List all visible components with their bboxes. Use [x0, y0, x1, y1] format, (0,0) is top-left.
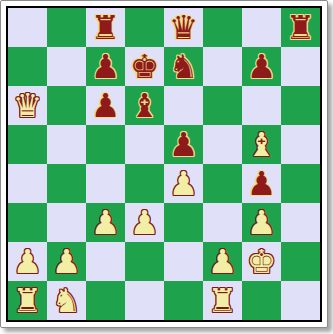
square-g1[interactable]: [242, 281, 281, 320]
square-a4[interactable]: [8, 164, 47, 203]
board-card: ♜♛♜♟♚♞♟♛♟♝♟♝♟♟♟♟♟♟♟♟♚♜♞♜: [0, 0, 328, 328]
square-h7[interactable]: [281, 47, 320, 86]
square-b8[interactable]: [47, 8, 86, 47]
square-f2[interactable]: ♟: [203, 242, 242, 281]
square-e4[interactable]: ♟: [164, 164, 203, 203]
square-b4[interactable]: [47, 164, 86, 203]
square-f5[interactable]: [203, 125, 242, 164]
square-e8[interactable]: ♛: [164, 8, 203, 47]
square-d7[interactable]: ♚: [125, 47, 164, 86]
white-pawn-a2[interactable]: ♟: [13, 242, 43, 281]
board-frame: ♜♛♜♟♚♞♟♛♟♝♟♝♟♟♟♟♟♟♟♟♚♜♞♜: [6, 6, 322, 322]
white-pawn-g3[interactable]: ♟: [247, 203, 277, 242]
square-h2[interactable]: [281, 242, 320, 281]
square-a6[interactable]: ♛: [8, 86, 47, 125]
square-b3[interactable]: [47, 203, 86, 242]
white-pawn-c3[interactable]: ♟: [91, 203, 121, 242]
square-d3[interactable]: ♟: [125, 203, 164, 242]
square-c4[interactable]: [86, 164, 125, 203]
black-rook-h8[interactable]: ♜: [286, 8, 316, 47]
black-pawn-g4[interactable]: ♟: [247, 164, 277, 203]
square-f3[interactable]: [203, 203, 242, 242]
square-h4[interactable]: [281, 164, 320, 203]
white-pawn-f2[interactable]: ♟: [208, 242, 238, 281]
square-g6[interactable]: [242, 86, 281, 125]
black-pawn-e5[interactable]: ♟: [169, 125, 199, 164]
square-b1[interactable]: ♞: [47, 281, 86, 320]
white-rook-a1[interactable]: ♜: [13, 281, 43, 320]
square-e3[interactable]: [164, 203, 203, 242]
white-pawn-d3[interactable]: ♟: [130, 203, 160, 242]
square-f6[interactable]: [203, 86, 242, 125]
square-h3[interactable]: [281, 203, 320, 242]
black-rook-c8[interactable]: ♜: [91, 8, 121, 47]
square-a3[interactable]: [8, 203, 47, 242]
white-rook-f1[interactable]: ♜: [208, 281, 238, 320]
square-e7[interactable]: ♞: [164, 47, 203, 86]
square-e6[interactable]: [164, 86, 203, 125]
square-d5[interactable]: [125, 125, 164, 164]
square-h8[interactable]: ♜: [281, 8, 320, 47]
black-pawn-c7[interactable]: ♟: [91, 47, 121, 86]
black-pawn-c6[interactable]: ♟: [91, 86, 121, 125]
square-g5[interactable]: ♝: [242, 125, 281, 164]
square-f8[interactable]: [203, 8, 242, 47]
black-king-d7[interactable]: ♚: [130, 47, 160, 86]
square-d1[interactable]: [125, 281, 164, 320]
square-g7[interactable]: ♟: [242, 47, 281, 86]
square-c5[interactable]: [86, 125, 125, 164]
white-bishop-g5[interactable]: ♝: [247, 125, 277, 164]
square-a2[interactable]: ♟: [8, 242, 47, 281]
square-c6[interactable]: ♟: [86, 86, 125, 125]
square-a8[interactable]: [8, 8, 47, 47]
square-f1[interactable]: ♜: [203, 281, 242, 320]
square-b6[interactable]: [47, 86, 86, 125]
square-e2[interactable]: [164, 242, 203, 281]
square-g4[interactable]: ♟: [242, 164, 281, 203]
white-queen-a6[interactable]: ♛: [13, 86, 43, 125]
square-c2[interactable]: [86, 242, 125, 281]
square-c7[interactable]: ♟: [86, 47, 125, 86]
white-pawn-b2[interactable]: ♟: [52, 242, 82, 281]
square-g8[interactable]: [242, 8, 281, 47]
square-d4[interactable]: [125, 164, 164, 203]
black-queen-e8[interactable]: ♛: [169, 8, 199, 47]
square-f4[interactable]: [203, 164, 242, 203]
square-a1[interactable]: ♜: [8, 281, 47, 320]
black-pawn-g7[interactable]: ♟: [247, 47, 277, 86]
square-b7[interactable]: [47, 47, 86, 86]
square-e1[interactable]: [164, 281, 203, 320]
square-h1[interactable]: [281, 281, 320, 320]
square-g2[interactable]: ♚: [242, 242, 281, 281]
square-d8[interactable]: [125, 8, 164, 47]
square-c8[interactable]: ♜: [86, 8, 125, 47]
square-c1[interactable]: [86, 281, 125, 320]
white-king-g2[interactable]: ♚: [247, 242, 277, 281]
square-a5[interactable]: [8, 125, 47, 164]
square-h5[interactable]: [281, 125, 320, 164]
square-g3[interactable]: ♟: [242, 203, 281, 242]
square-f7[interactable]: [203, 47, 242, 86]
square-h6[interactable]: [281, 86, 320, 125]
black-bishop-d6[interactable]: ♝: [130, 86, 160, 125]
white-knight-b1[interactable]: ♞: [52, 281, 82, 320]
chess-board: ♜♛♜♟♚♞♟♛♟♝♟♝♟♟♟♟♟♟♟♟♚♜♞♜: [8, 8, 320, 320]
black-knight-e7[interactable]: ♞: [169, 47, 199, 86]
square-b2[interactable]: ♟: [47, 242, 86, 281]
square-d2[interactable]: [125, 242, 164, 281]
square-d6[interactable]: ♝: [125, 86, 164, 125]
square-e5[interactable]: ♟: [164, 125, 203, 164]
white-pawn-e4[interactable]: ♟: [169, 164, 199, 203]
square-b5[interactable]: [47, 125, 86, 164]
square-a7[interactable]: [8, 47, 47, 86]
square-c3[interactable]: ♟: [86, 203, 125, 242]
